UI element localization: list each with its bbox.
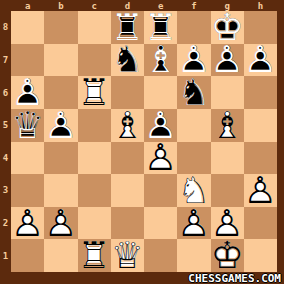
rank-label-6: 6 [0,76,11,109]
square-f6[interactable]: ♞♘ [177,76,210,109]
white-pawn-b2[interactable]: ♟♙ [44,207,77,240]
white-pawn-outline-icon: ♙ [44,207,77,240]
chessboard-frame: abcdefgh 87654321 ♜♖♜♖♚♔♞♘♝♗♟♙♟♙♟♙♟♙♜♖♞♘… [0,0,284,284]
site-brand: CHESSGAMES.COM [188,272,281,284]
square-d7[interactable]: ♞♘ [111,44,144,77]
square-f5[interactable] [177,109,210,142]
square-g5[interactable]: ♝♗ [211,109,244,142]
rank-label-8: 8 [0,11,11,44]
black-knight-outline-icon: ♘ [111,44,144,77]
rank-label-3: 3 [0,174,11,207]
black-pawn-g7[interactable]: ♟♙ [211,44,244,77]
square-d3[interactable] [111,174,144,207]
chess-board: ♜♖♜♖♚♔♞♘♝♗♟♙♟♙♟♙♟♙♜♖♞♘♛♕♟♙♝♗♟♙♝♗♟♙♞♘♟♙♟♙… [11,11,277,272]
white-pawn-h3[interactable]: ♟♙ [244,174,277,207]
white-king-g1[interactable]: ♚♔ [211,239,244,272]
white-pawn-outline-icon: ♙ [177,207,210,240]
square-f2[interactable]: ♟♙ [177,207,210,240]
square-c8[interactable] [78,11,111,44]
rank-label-4: 4 [0,142,11,175]
black-knight-d7[interactable]: ♞♘ [111,44,144,77]
white-rook-c1[interactable]: ♜♖ [78,239,111,272]
white-bishop-g5[interactable]: ♝♗ [211,109,244,142]
black-pawn-b5[interactable]: ♟♙ [44,109,77,142]
square-e2[interactable] [144,207,177,240]
white-rook-outline-icon: ♖ [78,239,111,272]
square-h5[interactable] [244,109,277,142]
white-pawn-e4[interactable]: ♟♙ [144,142,177,175]
square-h3[interactable]: ♟♙ [244,174,277,207]
square-h1[interactable] [244,239,277,272]
white-bishop-outline-icon: ♗ [111,109,144,142]
white-queen-outline-icon: ♕ [111,239,144,272]
square-e1[interactable] [144,239,177,272]
square-e4[interactable]: ♟♙ [144,142,177,175]
square-a8[interactable] [11,11,44,44]
black-bishop-e7[interactable]: ♝♗ [144,44,177,77]
white-rook-c6[interactable]: ♜♖ [78,76,111,109]
square-a2[interactable]: ♟♙ [11,207,44,240]
white-king-outline-icon: ♔ [211,239,244,272]
square-a4[interactable] [11,142,44,175]
file-label-c: c [78,0,111,11]
white-pawn-outline-icon: ♙ [244,174,277,207]
square-g7[interactable]: ♟♙ [211,44,244,77]
square-d1[interactable]: ♛♕ [111,239,144,272]
square-g1[interactable]: ♚♔ [211,239,244,272]
square-b8[interactable] [44,11,77,44]
rank-label-2: 2 [0,207,11,240]
square-e7[interactable]: ♝♗ [144,44,177,77]
square-d4[interactable] [111,142,144,175]
black-pawn-outline-icon: ♙ [211,44,244,77]
file-label-a: a [11,0,44,11]
white-queen-d1[interactable]: ♛♕ [111,239,144,272]
rank-labels: 87654321 [0,11,11,272]
black-bishop-outline-icon: ♗ [144,44,177,77]
white-pawn-f2[interactable]: ♟♙ [177,207,210,240]
white-rook-outline-icon: ♖ [78,76,111,109]
rank-label-5: 5 [0,109,11,142]
square-b5[interactable]: ♟♙ [44,109,77,142]
black-knight-outline-icon: ♘ [177,76,210,109]
square-b1[interactable] [44,239,77,272]
black-queen-outline-icon: ♕ [11,109,44,142]
square-c5[interactable] [78,109,111,142]
black-knight-f6[interactable]: ♞♘ [177,76,210,109]
square-h2[interactable] [244,207,277,240]
black-queen-a5[interactable]: ♛♕ [11,109,44,142]
file-label-b: b [44,0,77,11]
white-pawn-outline-icon: ♙ [11,207,44,240]
square-b7[interactable] [44,44,77,77]
white-pawn-a2[interactable]: ♟♙ [11,207,44,240]
square-h7[interactable]: ♟♙ [244,44,277,77]
square-c6[interactable]: ♜♖ [78,76,111,109]
square-c1[interactable]: ♜♖ [78,239,111,272]
rank-label-7: 7 [0,44,11,77]
square-c4[interactable] [78,142,111,175]
square-e3[interactable] [144,174,177,207]
white-bishop-d5[interactable]: ♝♗ [111,109,144,142]
square-c3[interactable] [78,174,111,207]
square-a5[interactable]: ♛♕ [11,109,44,142]
black-pawn-outline-icon: ♙ [44,109,77,142]
square-g4[interactable] [211,142,244,175]
square-a1[interactable] [11,239,44,272]
white-pawn-outline-icon: ♙ [144,142,177,175]
square-b2[interactable]: ♟♙ [44,207,77,240]
white-bishop-outline-icon: ♗ [211,109,244,142]
file-label-h: h [244,0,277,11]
square-f1[interactable] [177,239,210,272]
square-h6[interactable] [244,76,277,109]
square-b4[interactable] [44,142,77,175]
file-label-f: f [177,0,210,11]
black-pawn-h7[interactable]: ♟♙ [244,44,277,77]
square-d5[interactable]: ♝♗ [111,109,144,142]
rank-label-1: 1 [0,239,11,272]
black-pawn-outline-icon: ♙ [244,44,277,77]
